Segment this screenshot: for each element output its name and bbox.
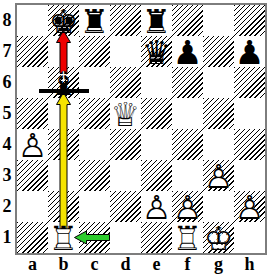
square-g3[interactable]: ♟♙ [203,160,234,191]
file-label-h: h [234,254,265,274]
square-f6[interactable] [172,67,203,98]
pinned-piece-bar [39,89,89,93]
square-f7[interactable]: ♟ [172,36,203,67]
square-h2[interactable]: ♟♙ [234,191,265,222]
white-rook: ♜♖ [172,222,203,253]
square-d4[interactable] [110,129,141,160]
square-h7[interactable]: ♟ [234,36,265,67]
white-pawn: ♟♙ [17,129,48,160]
square-d7[interactable] [110,36,141,67]
square-e1[interactable] [141,222,172,253]
square-e6[interactable] [141,67,172,98]
square-h4[interactable] [234,129,265,160]
square-f4[interactable] [172,129,203,160]
square-g7[interactable] [203,36,234,67]
black-pawn: ♟ [234,36,265,67]
square-d5[interactable]: ♛♕ [110,98,141,129]
square-c1[interactable] [79,222,110,253]
square-b3[interactable] [48,160,79,191]
file-label-a: a [17,254,48,274]
square-e7[interactable]: ♛ [141,36,172,67]
rank-label-4: 4 [0,129,14,160]
square-a2[interactable] [17,191,48,222]
square-c5[interactable] [79,98,110,129]
square-a8[interactable] [17,5,48,36]
black-king: ♚ [48,5,79,36]
square-f1[interactable]: ♜♖ [172,222,203,253]
square-c8[interactable]: ♜ [79,5,110,36]
square-d2[interactable] [110,191,141,222]
square-d3[interactable] [110,160,141,191]
square-b1[interactable]: ♜♖ [48,222,79,253]
square-a1[interactable] [17,222,48,253]
file-label-f: f [172,254,203,274]
white-rook: ♜♖ [48,222,79,253]
black-rook: ♜ [79,5,110,36]
square-e5[interactable] [141,98,172,129]
black-queen: ♛ [141,36,172,67]
file-label-e: e [141,254,172,274]
square-h1[interactable] [234,222,265,253]
pinned-bishop-plus-marker: + [59,70,67,80]
square-c7[interactable] [79,36,110,67]
square-d1[interactable] [110,222,141,253]
square-c4[interactable] [79,129,110,160]
chess-board: ♚♜♜♛♟♟♝+♛♕♟♙♟♙♟♙♟♙♟♙♜♖♜♖♚♔ [15,3,267,255]
square-g1[interactable]: ♚♔ [203,222,234,253]
white-king: ♚♔ [203,222,234,253]
square-e4[interactable] [141,129,172,160]
square-b8[interactable]: ♚ [48,5,79,36]
rank-label-3: 3 [0,160,14,191]
square-a7[interactable] [17,36,48,67]
white-pawn: ♟♙ [141,191,172,222]
square-e2[interactable]: ♟♙ [141,191,172,222]
square-b4[interactable] [48,129,79,160]
square-b5[interactable] [48,98,79,129]
white-pawn: ♟♙ [234,191,265,222]
square-c6[interactable] [79,67,110,98]
square-f5[interactable] [172,98,203,129]
file-label-g: g [203,254,234,274]
square-g6[interactable] [203,67,234,98]
square-g8[interactable] [203,5,234,36]
rank-label-8: 8 [0,5,14,36]
file-label-d: d [110,254,141,274]
square-g5[interactable] [203,98,234,129]
square-c2[interactable] [79,191,110,222]
chess-diagram: ♚♜♜♛♟♟♝+♛♕♟♙♟♙♟♙♟♙♟♙♜♖♜♖♚♔ 87654321abcde… [0,0,275,275]
white-pawn: ♟♙ [203,160,234,191]
square-a3[interactable] [17,160,48,191]
rank-label-7: 7 [0,36,14,67]
rank-label-6: 6 [0,67,14,98]
square-a4[interactable]: ♟♙ [17,129,48,160]
file-label-c: c [79,254,110,274]
square-c3[interactable] [79,160,110,191]
black-pawn: ♟ [172,36,203,67]
square-a6[interactable] [17,67,48,98]
square-h6[interactable] [234,67,265,98]
rank-label-2: 2 [0,191,14,222]
rank-label-5: 5 [0,98,14,129]
square-d8[interactable] [110,5,141,36]
white-queen: ♛♕ [110,98,141,129]
rank-label-1: 1 [0,222,14,253]
square-h5[interactable] [234,98,265,129]
file-label-b: b [48,254,79,274]
square-b6[interactable]: ♝+ [48,67,79,98]
